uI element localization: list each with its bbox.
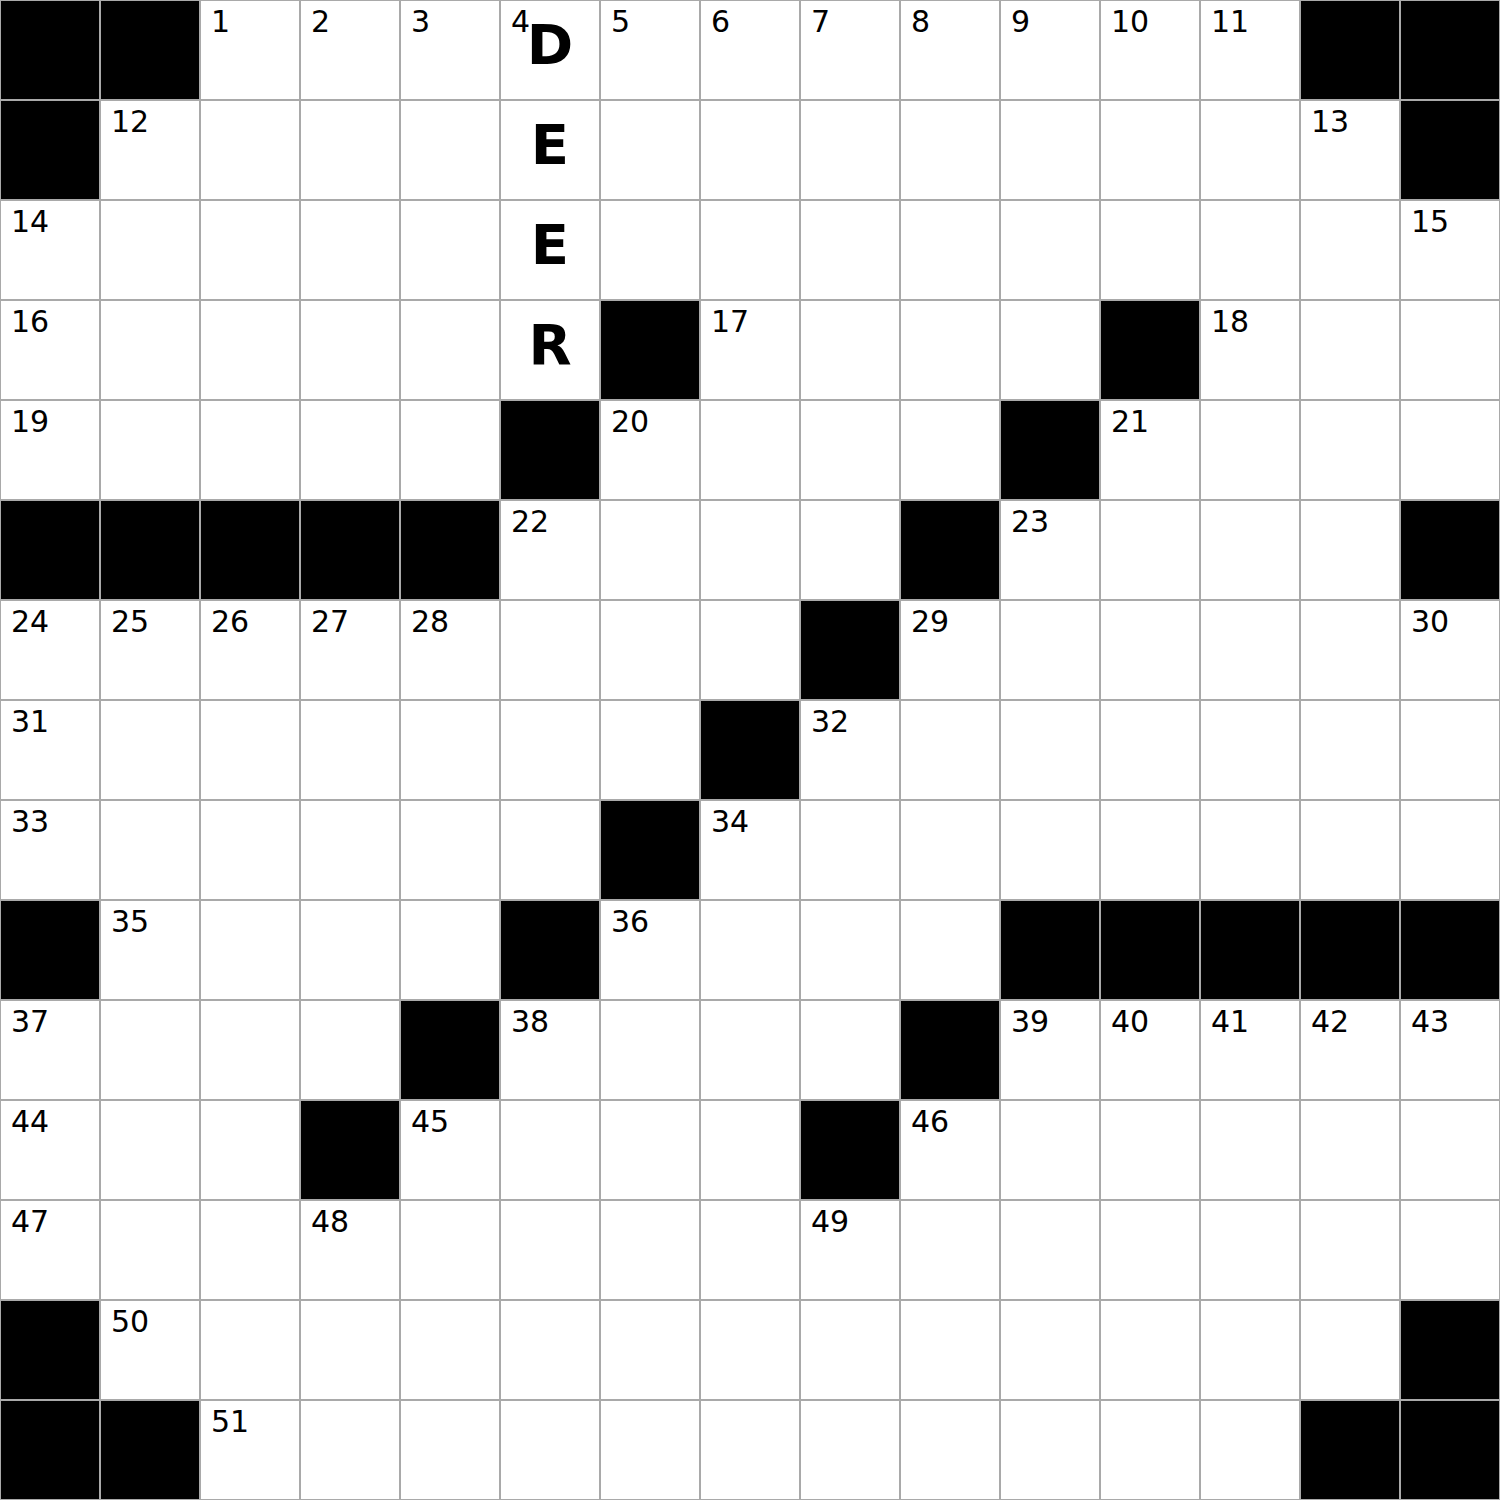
white-cell[interactable] — [1300, 200, 1400, 300]
black-cell — [1300, 0, 1400, 100]
white-cell[interactable] — [1300, 400, 1400, 500]
white-cell[interactable]: 22 — [500, 500, 600, 600]
white-cell[interactable] — [100, 400, 200, 500]
white-cell[interactable] — [600, 1400, 700, 1500]
white-cell[interactable] — [1200, 200, 1300, 300]
black-cell — [400, 1000, 500, 1100]
clue-number: 26 — [211, 607, 249, 637]
white-cell[interactable] — [600, 1300, 700, 1400]
white-cell[interactable]: 38 — [500, 1000, 600, 1100]
white-cell[interactable]: 19 — [0, 400, 100, 500]
white-cell[interactable]: 35 — [100, 900, 200, 1000]
filled-letter: R — [501, 317, 599, 373]
white-cell[interactable] — [600, 700, 700, 800]
white-cell[interactable]: 14 — [0, 200, 100, 300]
clue-number: 31 — [11, 707, 49, 737]
white-cell[interactable] — [100, 700, 200, 800]
white-cell[interactable] — [1100, 700, 1200, 800]
black-cell — [500, 400, 600, 500]
white-cell[interactable] — [1100, 800, 1200, 900]
white-cell[interactable] — [1000, 800, 1100, 900]
white-cell[interactable]: 12 — [100, 100, 200, 200]
white-cell[interactable]: 43 — [1400, 1000, 1500, 1100]
white-cell[interactable]: E — [500, 100, 600, 200]
white-cell[interactable] — [1300, 500, 1400, 600]
white-cell[interactable] — [1000, 1200, 1100, 1300]
black-cell — [300, 1100, 400, 1200]
white-cell[interactable] — [1400, 1100, 1500, 1200]
white-cell[interactable] — [900, 300, 1000, 400]
white-cell[interactable]: 30 — [1400, 600, 1500, 700]
white-cell[interactable] — [1000, 1300, 1100, 1400]
white-cell[interactable]: 41 — [1200, 1000, 1300, 1100]
white-cell[interactable]: 6 — [700, 0, 800, 100]
white-cell[interactable] — [700, 200, 800, 300]
clue-number: 36 — [611, 907, 649, 937]
white-cell[interactable] — [1300, 700, 1400, 800]
white-cell[interactable]: 49 — [800, 1200, 900, 1300]
white-cell[interactable] — [600, 200, 700, 300]
white-cell[interactable]: 29 — [900, 600, 1000, 700]
clue-number: 40 — [1111, 1007, 1149, 1037]
white-cell[interactable]: 34 — [700, 800, 800, 900]
white-cell[interactable]: 13 — [1300, 100, 1400, 200]
white-cell[interactable] — [1000, 300, 1100, 400]
white-cell[interactable] — [1200, 700, 1300, 800]
white-cell[interactable]: 33 — [0, 800, 100, 900]
white-cell[interactable] — [300, 700, 400, 800]
white-cell[interactable]: 15 — [1400, 200, 1500, 300]
clue-number: 46 — [911, 1107, 949, 1137]
clue-number: 24 — [11, 607, 49, 637]
white-cell[interactable] — [1300, 1100, 1400, 1200]
white-cell[interactable]: 42 — [1300, 1000, 1400, 1100]
black-cell — [1400, 500, 1500, 600]
black-cell — [1000, 400, 1100, 500]
white-cell[interactable] — [800, 800, 900, 900]
white-cell[interactable]: 23 — [1000, 500, 1100, 600]
white-cell[interactable] — [300, 1000, 400, 1100]
white-cell[interactable] — [1300, 600, 1400, 700]
white-cell[interactable] — [1200, 600, 1300, 700]
white-cell[interactable] — [400, 900, 500, 1000]
white-cell[interactable] — [400, 800, 500, 900]
clue-number: 51 — [211, 1407, 249, 1437]
white-cell[interactable] — [200, 1100, 300, 1200]
black-cell — [1400, 1400, 1500, 1500]
black-cell — [600, 800, 700, 900]
white-cell[interactable] — [400, 1200, 500, 1300]
black-cell — [1400, 0, 1500, 100]
white-cell[interactable] — [300, 1400, 400, 1500]
white-cell[interactable] — [400, 400, 500, 500]
white-cell[interactable] — [1400, 300, 1500, 400]
white-cell[interactable] — [600, 100, 700, 200]
white-cell[interactable]: 16 — [0, 300, 100, 400]
white-cell[interactable]: 44 — [0, 1100, 100, 1200]
white-cell[interactable] — [200, 200, 300, 300]
white-cell[interactable] — [600, 1000, 700, 1100]
black-cell — [800, 600, 900, 700]
white-cell[interactable]: 11 — [1200, 0, 1300, 100]
black-cell — [700, 700, 800, 800]
clue-number: 11 — [1211, 7, 1249, 37]
white-cell[interactable] — [1100, 1400, 1200, 1500]
white-cell[interactable]: 4D — [500, 0, 600, 100]
white-cell[interactable] — [1000, 100, 1100, 200]
black-cell — [0, 1400, 100, 1500]
clue-number: 22 — [511, 507, 549, 537]
white-cell[interactable]: 2 — [300, 0, 400, 100]
white-cell[interactable] — [800, 1400, 900, 1500]
white-cell[interactable] — [200, 700, 300, 800]
clue-number: 5 — [611, 7, 630, 37]
white-cell[interactable] — [1100, 200, 1200, 300]
white-cell[interactable] — [800, 200, 900, 300]
clue-number: 1 — [211, 7, 230, 37]
white-cell[interactable]: 8 — [900, 0, 1000, 100]
white-cell[interactable] — [900, 400, 1000, 500]
white-cell[interactable] — [500, 600, 600, 700]
white-cell[interactable]: 39 — [1000, 1000, 1100, 1100]
white-cell[interactable] — [900, 700, 1000, 800]
clue-number: 48 — [311, 1207, 349, 1237]
clue-number: 37 — [11, 1007, 49, 1037]
white-cell[interactable] — [900, 1400, 1000, 1500]
white-cell[interactable] — [1000, 200, 1100, 300]
white-cell[interactable]: 10 — [1100, 0, 1200, 100]
white-cell[interactable] — [600, 500, 700, 600]
white-cell[interactable] — [900, 100, 1000, 200]
white-cell[interactable] — [1400, 400, 1500, 500]
white-cell[interactable]: 24 — [0, 600, 100, 700]
white-cell[interactable] — [700, 900, 800, 1000]
black-cell — [100, 1400, 200, 1500]
white-cell[interactable] — [700, 600, 800, 700]
white-cell[interactable] — [1100, 1100, 1200, 1200]
clue-number: 23 — [1011, 507, 1049, 537]
clue-number: 20 — [611, 407, 649, 437]
white-cell[interactable] — [600, 1100, 700, 1200]
white-cell[interactable]: 47 — [0, 1200, 100, 1300]
white-cell[interactable]: 28 — [400, 600, 500, 700]
clue-number: 32 — [811, 707, 849, 737]
clue-number: 45 — [411, 1107, 449, 1137]
black-cell — [200, 500, 300, 600]
white-cell[interactable] — [400, 700, 500, 800]
white-cell[interactable] — [600, 600, 700, 700]
white-cell[interactable] — [500, 800, 600, 900]
white-cell[interactable]: 31 — [0, 700, 100, 800]
white-cell[interactable] — [1200, 1100, 1300, 1200]
white-cell[interactable] — [1200, 400, 1300, 500]
white-cell[interactable] — [1000, 1100, 1100, 1200]
clue-number: 42 — [1311, 1007, 1349, 1037]
white-cell[interactable]: 20 — [600, 400, 700, 500]
black-cell — [300, 500, 400, 600]
clue-number: 33 — [11, 807, 49, 837]
black-cell — [800, 1100, 900, 1200]
white-cell[interactable] — [400, 100, 500, 200]
white-cell[interactable]: 50 — [100, 1300, 200, 1400]
white-cell[interactable] — [900, 1200, 1000, 1300]
white-cell[interactable] — [800, 100, 900, 200]
clue-number: 28 — [411, 607, 449, 637]
white-cell[interactable] — [1100, 1300, 1200, 1400]
black-cell — [600, 300, 700, 400]
white-cell[interactable] — [400, 1300, 500, 1400]
white-cell[interactable] — [900, 1300, 1000, 1400]
clue-number: 10 — [1111, 7, 1149, 37]
clue-number: 27 — [311, 607, 349, 637]
black-cell — [1300, 900, 1400, 1000]
white-cell[interactable] — [700, 1400, 800, 1500]
filled-letter: E — [501, 117, 599, 173]
white-cell[interactable] — [800, 1300, 900, 1400]
white-cell[interactable] — [1000, 600, 1100, 700]
white-cell[interactable] — [800, 300, 900, 400]
black-cell — [900, 500, 1000, 600]
white-cell[interactable] — [800, 400, 900, 500]
white-cell[interactable] — [800, 1000, 900, 1100]
clue-number: 14 — [11, 207, 49, 237]
clue-number: 35 — [111, 907, 149, 937]
black-cell — [0, 500, 100, 600]
white-cell[interactable] — [900, 900, 1000, 1000]
white-cell[interactable] — [700, 400, 800, 500]
clue-number: 25 — [111, 607, 149, 637]
white-cell[interactable] — [300, 1300, 400, 1400]
white-cell[interactable] — [700, 1000, 800, 1100]
white-cell[interactable] — [900, 200, 1000, 300]
white-cell[interactable]: 51 — [200, 1400, 300, 1500]
white-cell[interactable] — [200, 1000, 300, 1100]
white-cell[interactable]: 5 — [600, 0, 700, 100]
white-cell[interactable]: 9 — [1000, 0, 1100, 100]
white-cell[interactable] — [1200, 1400, 1300, 1500]
white-cell[interactable]: 45 — [400, 1100, 500, 1200]
white-cell[interactable] — [1300, 1300, 1400, 1400]
white-cell[interactable] — [1100, 500, 1200, 600]
black-cell — [1200, 900, 1300, 1000]
white-cell[interactable] — [100, 1200, 200, 1300]
white-cell[interactable] — [100, 300, 200, 400]
white-cell[interactable] — [800, 500, 900, 600]
white-cell[interactable] — [500, 1400, 600, 1500]
crossword-grid: 1234D56789101112E1314E1516R1718192021222… — [0, 0, 1500, 1500]
white-cell[interactable] — [400, 1400, 500, 1500]
black-cell — [400, 500, 500, 600]
clue-number: 12 — [111, 107, 149, 137]
white-cell[interactable] — [100, 200, 200, 300]
white-cell[interactable] — [1200, 1200, 1300, 1300]
white-cell[interactable] — [200, 1200, 300, 1300]
white-cell[interactable] — [500, 1300, 600, 1400]
white-cell[interactable] — [1100, 1200, 1200, 1300]
clue-number: 47 — [11, 1207, 49, 1237]
white-cell[interactable] — [500, 700, 600, 800]
black-cell — [0, 1300, 100, 1400]
white-cell[interactable] — [1200, 1300, 1300, 1400]
clue-number: 29 — [911, 607, 949, 637]
white-cell[interactable] — [300, 200, 400, 300]
white-cell[interactable]: 32 — [800, 700, 900, 800]
black-cell — [1400, 100, 1500, 200]
clue-number: 38 — [511, 1007, 549, 1037]
white-cell[interactable] — [200, 100, 300, 200]
white-cell[interactable] — [300, 400, 400, 500]
white-cell[interactable] — [700, 1300, 800, 1400]
black-cell — [1400, 900, 1500, 1000]
white-cell[interactable] — [800, 900, 900, 1000]
white-cell[interactable] — [1100, 100, 1200, 200]
white-cell[interactable]: 40 — [1100, 1000, 1200, 1100]
white-cell[interactable] — [200, 400, 300, 500]
white-cell[interactable] — [300, 100, 400, 200]
white-cell[interactable]: 26 — [200, 600, 300, 700]
clue-number: 9 — [1011, 7, 1030, 37]
white-cell[interactable]: 46 — [900, 1100, 1000, 1200]
black-cell — [0, 900, 100, 1000]
clue-number: 7 — [811, 7, 830, 37]
black-cell — [0, 0, 100, 100]
black-cell — [900, 1000, 1000, 1100]
white-cell[interactable] — [200, 300, 300, 400]
clue-number: 6 — [711, 7, 730, 37]
black-cell — [500, 900, 600, 1000]
clue-number: 3 — [411, 7, 430, 37]
white-cell[interactable] — [700, 1100, 800, 1200]
white-cell[interactable] — [400, 300, 500, 400]
white-cell[interactable] — [300, 300, 400, 400]
clue-number: 17 — [711, 307, 749, 337]
white-cell[interactable] — [1400, 700, 1500, 800]
clue-number: 41 — [1211, 1007, 1249, 1037]
white-cell[interactable] — [1400, 800, 1500, 900]
white-cell[interactable]: 25 — [100, 600, 200, 700]
clue-number: 13 — [1311, 107, 1349, 137]
clue-number: 2 — [311, 7, 330, 37]
white-cell[interactable] — [700, 500, 800, 600]
white-cell[interactable] — [700, 1200, 800, 1300]
white-cell[interactable] — [600, 1200, 700, 1300]
clue-number: 15 — [1411, 207, 1449, 237]
white-cell[interactable]: 21 — [1100, 400, 1200, 500]
clue-number: 43 — [1411, 1007, 1449, 1037]
white-cell[interactable] — [1300, 300, 1400, 400]
white-cell[interactable] — [1300, 1200, 1400, 1300]
white-cell[interactable] — [1200, 100, 1300, 200]
white-cell[interactable] — [500, 1100, 600, 1200]
white-cell[interactable] — [1200, 500, 1300, 600]
white-cell[interactable] — [300, 900, 400, 1000]
white-cell[interactable] — [200, 800, 300, 900]
white-cell[interactable] — [900, 800, 1000, 900]
white-cell[interactable]: 27 — [300, 600, 400, 700]
white-cell[interactable] — [300, 800, 400, 900]
white-cell[interactable] — [1000, 1400, 1100, 1500]
clue-number: 30 — [1411, 607, 1449, 637]
white-cell[interactable] — [700, 100, 800, 200]
black-cell — [100, 0, 200, 100]
clue-number: 16 — [11, 307, 49, 337]
black-cell — [1000, 900, 1100, 1000]
black-cell — [1400, 1300, 1500, 1400]
white-cell[interactable]: 17 — [700, 300, 800, 400]
white-cell[interactable] — [100, 1000, 200, 1100]
clue-number: 18 — [1211, 307, 1249, 337]
black-cell — [1100, 900, 1200, 1000]
clue-number: 44 — [11, 1107, 49, 1137]
black-cell — [100, 500, 200, 600]
filled-letter: E — [501, 217, 599, 273]
white-cell[interactable]: 48 — [300, 1200, 400, 1300]
white-cell[interactable] — [200, 900, 300, 1000]
white-cell[interactable]: 1 — [200, 0, 300, 100]
white-cell[interactable] — [1000, 700, 1100, 800]
black-cell — [0, 100, 100, 200]
white-cell[interactable] — [1300, 800, 1400, 900]
white-cell[interactable] — [100, 800, 200, 900]
clue-number: 39 — [1011, 1007, 1049, 1037]
black-cell — [1300, 1400, 1400, 1500]
clue-number: 8 — [911, 7, 930, 37]
black-cell — [1100, 300, 1200, 400]
white-cell[interactable]: 36 — [600, 900, 700, 1000]
white-cell[interactable]: E — [500, 200, 600, 300]
white-cell[interactable] — [1200, 800, 1300, 900]
white-cell[interactable]: 3 — [400, 0, 500, 100]
white-cell[interactable]: 37 — [0, 1000, 100, 1100]
white-cell[interactable] — [1100, 600, 1200, 700]
white-cell[interactable] — [1400, 1200, 1500, 1300]
clue-number: 50 — [111, 1307, 149, 1337]
white-cell[interactable] — [200, 1300, 300, 1400]
white-cell[interactable] — [400, 200, 500, 300]
white-cell[interactable]: 7 — [800, 0, 900, 100]
clue-number: 21 — [1111, 407, 1149, 437]
white-cell[interactable]: R — [500, 300, 600, 400]
white-cell[interactable]: 18 — [1200, 300, 1300, 400]
white-cell[interactable] — [500, 1200, 600, 1300]
clue-number: 19 — [11, 407, 49, 437]
white-cell[interactable] — [100, 1100, 200, 1200]
clue-number: 34 — [711, 807, 749, 837]
filled-letter: D — [501, 17, 599, 73]
clue-number: 49 — [811, 1207, 849, 1237]
